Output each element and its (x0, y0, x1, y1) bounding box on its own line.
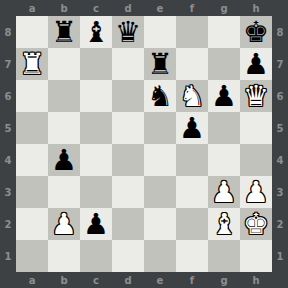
square-c5[interactable] (80, 112, 112, 144)
rank-label-left-2: 2 (0, 208, 16, 240)
square-b6[interactable] (48, 80, 80, 112)
square-c7[interactable] (80, 48, 112, 80)
square-a1[interactable] (16, 240, 48, 272)
square-h4[interactable] (240, 144, 272, 176)
rank-label-right-8: 8 (272, 16, 288, 48)
square-e4[interactable] (144, 144, 176, 176)
file-label-top-g: g (208, 0, 240, 16)
square-c4[interactable] (80, 144, 112, 176)
square-b5[interactable] (48, 112, 80, 144)
square-g1[interactable] (208, 240, 240, 272)
file-label-top-b: b (48, 0, 80, 16)
file-label-top-c: c (80, 0, 112, 16)
square-f5[interactable]: ♟ (176, 112, 208, 144)
square-f4[interactable] (176, 144, 208, 176)
square-e2[interactable] (144, 208, 176, 240)
square-g3[interactable]: ♟ (208, 176, 240, 208)
square-c3[interactable] (80, 176, 112, 208)
square-c8[interactable]: ♝ (80, 16, 112, 48)
piece-black-rook[interactable]: ♜ (147, 48, 173, 80)
square-g8[interactable] (208, 16, 240, 48)
square-f6[interactable]: ♞ (176, 80, 208, 112)
square-a3[interactable] (16, 176, 48, 208)
square-d6[interactable] (112, 80, 144, 112)
square-b2[interactable]: ♟ (48, 208, 80, 240)
square-b3[interactable] (48, 176, 80, 208)
rank-label-right-7: 7 (272, 48, 288, 80)
piece-white-king[interactable]: ♚ (243, 208, 269, 240)
piece-black-pawn[interactable]: ♟ (179, 112, 205, 144)
file-label-bottom-d: d (112, 272, 144, 288)
piece-white-rook[interactable]: ♜ (19, 48, 45, 80)
piece-white-pawn[interactable]: ♟ (243, 176, 269, 208)
file-label-bottom-e: e (144, 272, 176, 288)
file-labels-top: abcdefgh (16, 0, 272, 16)
piece-black-pawn[interactable]: ♟ (51, 144, 77, 176)
square-a6[interactable] (16, 80, 48, 112)
rank-label-left-7: 7 (0, 48, 16, 80)
piece-black-queen[interactable]: ♛ (115, 16, 141, 48)
square-f7[interactable] (176, 48, 208, 80)
rank-labels-right: 87654321 (272, 16, 288, 272)
square-g2[interactable]: ♝ (208, 208, 240, 240)
file-labels-bottom: abcdefgh (16, 272, 272, 288)
square-a5[interactable] (16, 112, 48, 144)
square-f1[interactable] (176, 240, 208, 272)
rank-label-right-3: 3 (272, 176, 288, 208)
square-d1[interactable] (112, 240, 144, 272)
rank-label-right-4: 4 (272, 144, 288, 176)
rank-labels-left: 87654321 (0, 16, 16, 272)
square-h1[interactable] (240, 240, 272, 272)
square-f2[interactable] (176, 208, 208, 240)
square-c1[interactable] (80, 240, 112, 272)
square-d4[interactable] (112, 144, 144, 176)
file-label-bottom-b: b (48, 272, 80, 288)
square-b1[interactable] (48, 240, 80, 272)
rank-label-right-2: 2 (272, 208, 288, 240)
square-e7[interactable]: ♜ (144, 48, 176, 80)
square-d7[interactable] (112, 48, 144, 80)
piece-white-pawn[interactable]: ♟ (51, 208, 77, 240)
file-label-top-f: f (176, 0, 208, 16)
square-h7[interactable]: ♟ (240, 48, 272, 80)
square-h6[interactable]: ♛ (240, 80, 272, 112)
rank-label-left-3: 3 (0, 176, 16, 208)
square-a4[interactable] (16, 144, 48, 176)
file-label-top-a: a (16, 0, 48, 16)
file-label-bottom-f: f (176, 272, 208, 288)
square-g7[interactable] (208, 48, 240, 80)
piece-black-pawn[interactable]: ♟ (243, 48, 269, 80)
square-b4[interactable]: ♟ (48, 144, 80, 176)
file-label-top-d: d (112, 0, 144, 16)
chess-board-window: abcdefgh 87654321 ♜♝♛♚♜♜♟♞♞♟♛♟♟♟♟♟♟♝♚ 87… (0, 0, 288, 288)
rank-label-left-4: 4 (0, 144, 16, 176)
rank-label-left-1: 1 (0, 240, 16, 272)
square-e6[interactable]: ♞ (144, 80, 176, 112)
board: ♜♝♛♚♜♜♟♞♞♟♛♟♟♟♟♟♟♝♚ (16, 16, 272, 272)
rank-label-left-8: 8 (0, 16, 16, 48)
rank-label-left-6: 6 (0, 80, 16, 112)
square-c2[interactable]: ♟ (80, 208, 112, 240)
square-a7[interactable]: ♜ (16, 48, 48, 80)
square-d5[interactable] (112, 112, 144, 144)
square-h5[interactable] (240, 112, 272, 144)
square-h2[interactable]: ♚ (240, 208, 272, 240)
square-e5[interactable] (144, 112, 176, 144)
rank-label-right-1: 1 (272, 240, 288, 272)
square-d8[interactable]: ♛ (112, 16, 144, 48)
piece-white-bishop[interactable]: ♝ (211, 208, 237, 240)
rank-label-right-6: 6 (272, 80, 288, 112)
piece-black-king[interactable]: ♚ (243, 16, 269, 48)
square-d3[interactable] (112, 176, 144, 208)
square-g6[interactable]: ♟ (208, 80, 240, 112)
square-h3[interactable]: ♟ (240, 176, 272, 208)
square-g4[interactable] (208, 144, 240, 176)
square-d2[interactable] (112, 208, 144, 240)
file-label-bottom-h: h (240, 272, 272, 288)
piece-black-pawn[interactable]: ♟ (211, 80, 237, 112)
square-g5[interactable] (208, 112, 240, 144)
square-f3[interactable] (176, 176, 208, 208)
piece-black-bishop[interactable]: ♝ (83, 16, 109, 48)
file-label-bottom-g: g (208, 272, 240, 288)
square-a8[interactable] (16, 16, 48, 48)
piece-white-knight[interactable]: ♞ (179, 80, 205, 112)
rank-label-left-5: 5 (0, 112, 16, 144)
file-label-top-e: e (144, 0, 176, 16)
file-label-bottom-a: a (16, 272, 48, 288)
square-a2[interactable] (16, 208, 48, 240)
rank-label-right-5: 5 (272, 112, 288, 144)
piece-black-rook[interactable]: ♜ (51, 16, 77, 48)
square-c6[interactable] (80, 80, 112, 112)
square-e3[interactable] (144, 176, 176, 208)
square-b7[interactable] (48, 48, 80, 80)
file-label-top-h: h (240, 0, 272, 16)
square-b8[interactable]: ♜ (48, 16, 80, 48)
piece-black-knight[interactable]: ♞ (147, 80, 173, 112)
piece-white-queen[interactable]: ♛ (243, 80, 269, 112)
square-e8[interactable] (144, 16, 176, 48)
square-f8[interactable] (176, 16, 208, 48)
square-e1[interactable] (144, 240, 176, 272)
file-label-bottom-c: c (80, 272, 112, 288)
square-h8[interactable]: ♚ (240, 16, 272, 48)
piece-black-pawn[interactable]: ♟ (83, 208, 109, 240)
piece-white-pawn[interactable]: ♟ (211, 176, 237, 208)
